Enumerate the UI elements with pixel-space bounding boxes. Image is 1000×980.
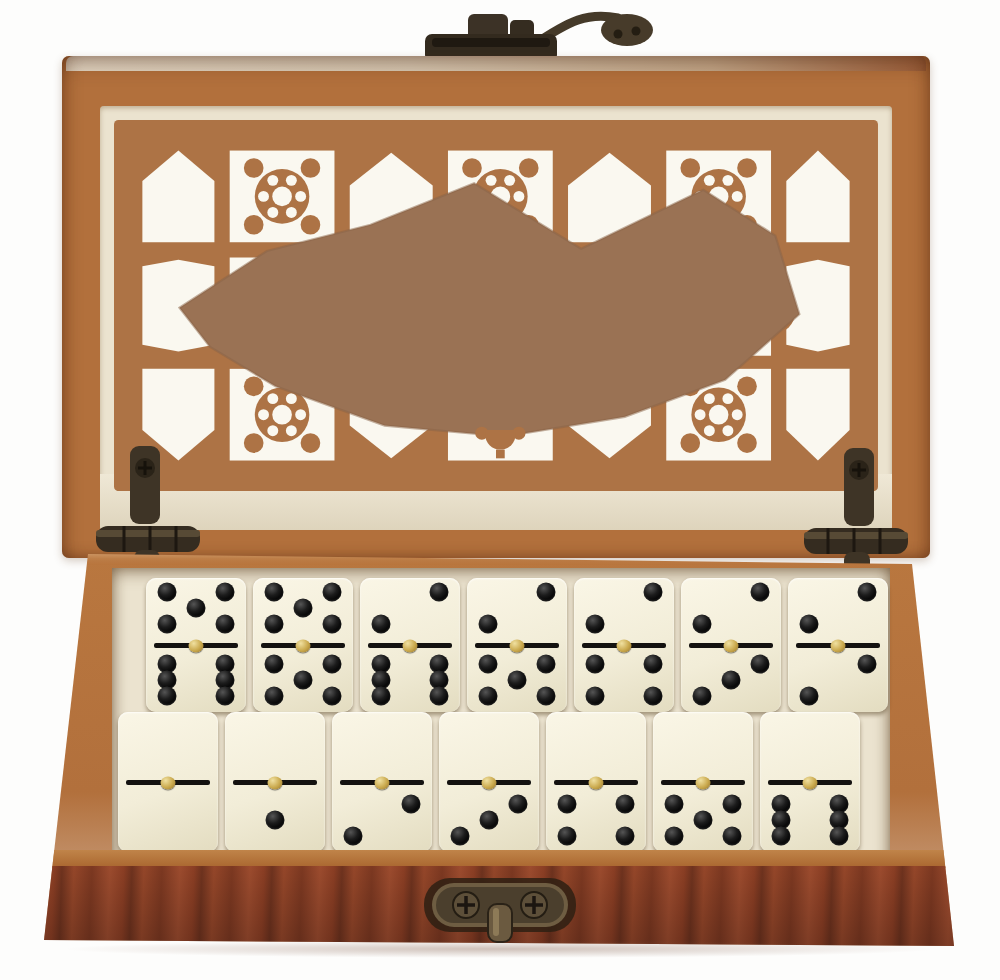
domino-divider	[447, 780, 531, 785]
domino-half	[574, 580, 674, 636]
domino-half	[574, 652, 674, 708]
domino-half	[788, 652, 888, 708]
brass-spinner-pin	[617, 639, 632, 652]
pip	[665, 826, 684, 845]
pip	[216, 686, 235, 705]
domino-2-2[interactable]	[788, 578, 888, 712]
pip	[158, 686, 177, 705]
pip	[216, 614, 235, 633]
pip	[830, 826, 849, 845]
domino-half	[681, 580, 781, 636]
pip	[158, 583, 177, 602]
pip	[586, 655, 605, 674]
pip	[693, 686, 712, 705]
domino-half	[225, 714, 325, 770]
domino-half	[653, 792, 753, 848]
pip	[858, 583, 877, 602]
domino-tray	[112, 568, 890, 864]
domino-2-6[interactable]	[360, 578, 460, 712]
pip	[586, 614, 605, 633]
domino-divider	[661, 780, 745, 785]
pip	[323, 583, 342, 602]
brass-spinner-pin	[589, 776, 604, 789]
domino-half	[439, 792, 539, 848]
pip	[265, 655, 284, 674]
domino-0-5[interactable]	[653, 712, 753, 852]
pip	[265, 686, 284, 705]
pip	[644, 686, 663, 705]
pip	[402, 795, 421, 814]
pip	[751, 655, 770, 674]
pip	[751, 583, 770, 602]
domino-half	[253, 652, 353, 708]
pip	[537, 583, 556, 602]
domino-half	[360, 652, 460, 708]
domino-half	[439, 714, 539, 770]
domino-0-6[interactable]	[760, 712, 860, 852]
domino-0-4[interactable]	[546, 712, 646, 852]
domino-half	[653, 714, 753, 770]
domino-row-front	[118, 712, 860, 852]
drop-shadow	[60, 940, 940, 958]
domino-2-5[interactable]	[467, 578, 567, 712]
pip	[723, 795, 742, 814]
domino-half	[467, 652, 567, 708]
brass-spinner-pin	[375, 776, 390, 789]
pip	[344, 826, 363, 845]
domino-0-3[interactable]	[439, 712, 539, 852]
domino-0-2[interactable]	[332, 712, 432, 852]
domino-divider	[261, 643, 345, 648]
domino-0-0[interactable]	[118, 712, 218, 852]
pip	[479, 614, 498, 633]
domino-divider	[368, 643, 452, 648]
pip	[479, 686, 498, 705]
pip	[665, 795, 684, 814]
domino-half	[225, 792, 325, 848]
pip	[723, 826, 742, 845]
pip	[372, 614, 391, 633]
domino-divider	[126, 780, 210, 785]
pip	[586, 686, 605, 705]
pip	[372, 686, 391, 705]
pip	[509, 795, 528, 814]
domino-half	[146, 652, 246, 708]
pip	[451, 826, 470, 845]
pip	[265, 583, 284, 602]
domino-divider	[154, 643, 238, 648]
pip	[558, 795, 577, 814]
domino-half	[681, 652, 781, 708]
brass-spinner-pin	[189, 639, 204, 652]
domino-divider	[796, 643, 880, 648]
domino-half	[788, 580, 888, 636]
pip	[294, 599, 313, 618]
domino-half	[360, 580, 460, 636]
domino-row-back	[146, 578, 888, 712]
domino-divider	[554, 780, 638, 785]
pip	[323, 614, 342, 633]
pip	[800, 686, 819, 705]
domino-half	[332, 792, 432, 848]
pip	[158, 614, 177, 633]
pip	[480, 811, 499, 830]
pip	[644, 655, 663, 674]
brass-spinner-pin	[803, 776, 818, 789]
pip	[858, 655, 877, 674]
pip	[800, 614, 819, 633]
pip	[616, 795, 635, 814]
domino-divider	[475, 643, 559, 648]
domino-half	[118, 714, 218, 770]
pip	[558, 826, 577, 845]
domino-box-photo	[0, 0, 1000, 980]
brass-spinner-pin	[403, 639, 418, 652]
domino-half	[546, 714, 646, 770]
brass-spinner-pin	[296, 639, 311, 652]
domino-half	[760, 714, 860, 770]
brass-spinner-pin	[724, 639, 739, 652]
domino-0-1[interactable]	[225, 712, 325, 852]
pip	[772, 826, 791, 845]
brass-spinner-pin	[482, 776, 497, 789]
pip	[294, 671, 313, 690]
brass-spinner-pin	[161, 776, 176, 789]
domino-divider	[768, 780, 852, 785]
brass-spinner-pin	[831, 639, 846, 652]
pip	[694, 811, 713, 830]
domino-divider	[689, 643, 773, 648]
pip	[266, 811, 285, 830]
domino-half	[253, 580, 353, 636]
pip	[323, 655, 342, 674]
pip	[323, 686, 342, 705]
domino-half	[546, 792, 646, 848]
domino-half	[146, 580, 246, 636]
pip	[722, 671, 741, 690]
domino-5-5[interactable]	[253, 578, 353, 712]
domino-2-4[interactable]	[574, 578, 674, 712]
pip	[644, 583, 663, 602]
domino-2-3[interactable]	[681, 578, 781, 712]
domino-half	[332, 714, 432, 770]
domino-half	[760, 792, 860, 848]
pip	[693, 614, 712, 633]
pip	[216, 583, 235, 602]
pip	[616, 826, 635, 845]
pip	[537, 686, 556, 705]
pip	[479, 655, 498, 674]
domino-5-6[interactable]	[146, 578, 246, 712]
pip	[430, 686, 449, 705]
domino-divider	[340, 780, 424, 785]
domino-half	[467, 580, 567, 636]
pip	[265, 614, 284, 633]
pip	[430, 583, 449, 602]
pip	[187, 599, 206, 618]
brass-spinner-pin	[268, 776, 283, 789]
fretwork-panel	[114, 120, 878, 491]
pip	[508, 671, 527, 690]
brass-spinner-pin	[696, 776, 711, 789]
domino-divider	[582, 643, 666, 648]
domino-half	[118, 792, 218, 848]
pip	[537, 655, 556, 674]
domino-divider	[233, 780, 317, 785]
brass-spinner-pin	[510, 639, 525, 652]
